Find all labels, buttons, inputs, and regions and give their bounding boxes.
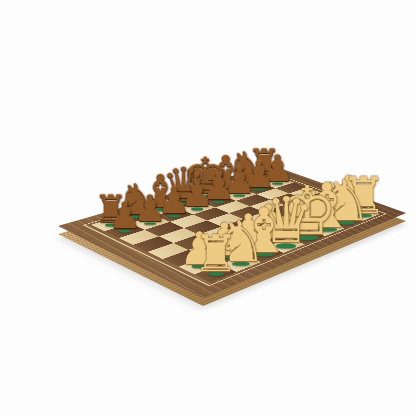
black-pawn[interactable]: ♟ (108, 199, 141, 235)
pieces-layer: ♜♞♝♛♚♝♞♜♟♟♟♟♟♟♟♟♟♟♟♟♟♟♟♟♜♞♝♛♚♝♞♜ (0, 0, 416, 416)
white-rook[interactable]: ♜ (193, 229, 238, 279)
chess-set-photo: ♜♞♝♛♚♝♞♜♟♟♟♟♟♟♟♟♟♟♟♟♟♟♟♟♜♞♝♛♚♝♞♜ (0, 0, 416, 416)
